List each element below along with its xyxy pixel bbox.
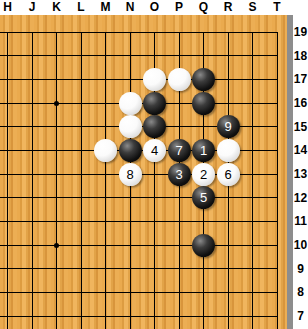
stone-black-p13: 3 (168, 163, 191, 186)
grid-line-row-12 (0, 197, 278, 198)
grid-line-col-t (277, 32, 278, 329)
column-label-r: R (218, 0, 239, 15)
row-labels: 19181716151413121110987 (293, 0, 308, 329)
row-label-16: 16 (293, 95, 308, 111)
column-label-m: M (95, 0, 116, 15)
grid-line-col-j (32, 32, 33, 329)
stone-white-n13: 8 (119, 163, 142, 186)
row-label-10: 10 (293, 237, 308, 253)
stone-black-q12: 5 (192, 186, 215, 209)
row-label-14: 14 (293, 142, 308, 158)
row-label-13: 13 (293, 166, 308, 182)
grid-line-row-9 (0, 268, 278, 269)
grid-line-row-17 (0, 79, 278, 80)
move-number: 2 (200, 168, 207, 181)
stone-black-o15 (143, 115, 166, 138)
move-number: 4 (151, 144, 158, 157)
row-label-18: 18 (293, 48, 308, 64)
column-label-l: L (71, 0, 92, 15)
grid-line-row-18 (0, 55, 278, 56)
row-label-17: 17 (293, 71, 308, 87)
grid-line-row-19 (0, 32, 278, 33)
column-label-h: H (0, 0, 18, 15)
stone-white-r13: 6 (217, 163, 240, 186)
stone-white-o14: 4 (143, 139, 166, 162)
grid-line-row-11 (0, 221, 278, 222)
stone-black-q16 (192, 92, 215, 115)
column-label-k: K (46, 0, 67, 15)
row-label-19: 19 (293, 24, 308, 40)
stone-white-p17 (168, 68, 191, 91)
grid-line-col-k (56, 32, 57, 329)
move-number: 9 (224, 120, 231, 133)
star-point-k10 (54, 243, 59, 248)
stone-white-q13: 2 (192, 163, 215, 186)
move-number: 5 (200, 191, 207, 204)
column-label-s: S (242, 0, 263, 15)
column-label-o: O (144, 0, 165, 15)
grid-line-col-l (81, 32, 82, 329)
row-label-7: 7 (293, 308, 308, 324)
stone-white-n15 (119, 115, 142, 138)
move-number: 7 (175, 144, 182, 157)
grid-line-col-s (252, 32, 253, 329)
stone-black-q14: 1 (192, 139, 215, 162)
row-label-9: 9 (293, 261, 308, 277)
move-number: 3 (175, 168, 182, 181)
stone-white-m14 (94, 139, 117, 162)
stone-black-q10 (192, 234, 215, 257)
grid-line-col-m (105, 32, 106, 329)
column-labels: HJKLMNOPQRST (0, 0, 308, 15)
column-label-q: Q (193, 0, 214, 15)
stone-black-n14 (119, 139, 142, 162)
move-number: 8 (126, 168, 133, 181)
stone-black-o16 (143, 92, 166, 115)
grid-line-col-h (7, 32, 8, 329)
column-label-n: N (120, 0, 141, 15)
stone-black-p14: 7 (168, 139, 191, 162)
stone-white-n16 (119, 92, 142, 115)
stone-white-o17 (143, 68, 166, 91)
row-label-15: 15 (293, 119, 308, 135)
column-label-t: T (267, 0, 288, 15)
stone-black-q17 (192, 68, 215, 91)
grid-line-row-10 (0, 245, 278, 246)
star-point-k16 (54, 101, 59, 106)
stone-black-r15: 9 (217, 115, 240, 138)
move-number: 1 (200, 144, 207, 157)
column-label-p: P (169, 0, 190, 15)
grid-line-row-8 (0, 292, 278, 293)
move-number: 6 (224, 168, 231, 181)
row-label-11: 11 (293, 213, 308, 229)
row-label-12: 12 (293, 190, 308, 206)
grid-line-row-7 (0, 316, 278, 317)
column-label-j: J (22, 0, 43, 15)
go-diagram: HJKLMNOPQRST 947183265 19181716151413121… (0, 0, 308, 329)
row-label-8: 8 (293, 284, 308, 300)
stone-white-r14 (217, 139, 240, 162)
go-board[interactable]: 947183265 (0, 15, 287, 329)
